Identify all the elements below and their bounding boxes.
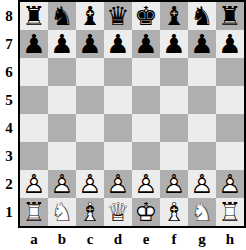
piece-white-queen: ♛♕ xyxy=(106,198,129,226)
square-a7[interactable]: ♟ xyxy=(20,30,48,58)
piece-black-pawn: ♟ xyxy=(134,30,157,58)
piece-white-pawn: ♟♙ xyxy=(218,170,241,198)
rank-label-4: 4 xyxy=(0,114,18,142)
square-c3[interactable] xyxy=(76,142,104,170)
file-label-h: h xyxy=(216,228,244,250)
piece-white-pawn: ♟♙ xyxy=(22,170,45,198)
rank-label-1: 1 xyxy=(0,198,18,226)
square-f6[interactable] xyxy=(160,58,188,86)
square-b6[interactable] xyxy=(48,58,76,86)
piece-black-knight: ♞ xyxy=(190,2,213,30)
square-b5[interactable] xyxy=(48,86,76,114)
square-g3[interactable] xyxy=(188,142,216,170)
piece-white-king: ♚♔ xyxy=(134,198,157,226)
square-b4[interactable] xyxy=(48,114,76,142)
square-c1[interactable]: ♝♗ xyxy=(76,198,104,226)
square-e1[interactable]: ♚♔ xyxy=(132,198,160,226)
square-e4[interactable] xyxy=(132,114,160,142)
square-c2[interactable]: ♟♙ xyxy=(76,170,104,198)
file-label-e: e xyxy=(132,228,160,250)
piece-white-knight: ♞♘ xyxy=(190,198,213,226)
square-h2[interactable]: ♟♙ xyxy=(216,170,244,198)
square-b8[interactable]: ♞ xyxy=(48,2,76,30)
rank-label-2: 2 xyxy=(0,170,18,198)
square-a1[interactable]: ♜♖ xyxy=(20,198,48,226)
piece-white-pawn: ♟♙ xyxy=(162,170,185,198)
square-d2[interactable]: ♟♙ xyxy=(104,170,132,198)
piece-black-king: ♚ xyxy=(134,2,157,30)
piece-black-rook: ♜ xyxy=(218,2,241,30)
piece-black-pawn: ♟ xyxy=(190,30,213,58)
square-d4[interactable] xyxy=(104,114,132,142)
square-g2[interactable]: ♟♙ xyxy=(188,170,216,198)
piece-white-pawn: ♟♙ xyxy=(134,170,157,198)
piece-white-bishop: ♝♗ xyxy=(78,198,101,226)
rank-label-6: 6 xyxy=(0,58,18,86)
square-b3[interactable] xyxy=(48,142,76,170)
square-d1[interactable]: ♛♕ xyxy=(104,198,132,226)
square-e8[interactable]: ♚ xyxy=(132,2,160,30)
piece-black-pawn: ♟ xyxy=(162,30,185,58)
square-g6[interactable] xyxy=(188,58,216,86)
square-f2[interactable]: ♟♙ xyxy=(160,170,188,198)
square-b7[interactable]: ♟ xyxy=(48,30,76,58)
square-e6[interactable] xyxy=(132,58,160,86)
square-a2[interactable]: ♟♙ xyxy=(20,170,48,198)
square-g5[interactable] xyxy=(188,86,216,114)
square-c5[interactable] xyxy=(76,86,104,114)
square-d8[interactable]: ♛ xyxy=(104,2,132,30)
piece-black-pawn: ♟ xyxy=(22,30,45,58)
square-e2[interactable]: ♟♙ xyxy=(132,170,160,198)
file-label-g: g xyxy=(188,228,216,250)
square-g4[interactable] xyxy=(188,114,216,142)
square-h1[interactable]: ♜♖ xyxy=(216,198,244,226)
square-a6[interactable] xyxy=(20,58,48,86)
chess-diagram: 87654321 ♜♞♝♛♚♝♞♜♟♟♟♟♟♟♟♟♟♙♟♙♟♙♟♙♟♙♟♙♟♙♟… xyxy=(0,0,246,250)
piece-black-rook: ♜ xyxy=(22,2,45,30)
square-d7[interactable]: ♟ xyxy=(104,30,132,58)
square-c7[interactable]: ♟ xyxy=(76,30,104,58)
rank-label-7: 7 xyxy=(0,30,18,58)
square-h4[interactable] xyxy=(216,114,244,142)
piece-black-bishop: ♝ xyxy=(162,2,185,30)
square-a8[interactable]: ♜ xyxy=(20,2,48,30)
piece-black-pawn: ♟ xyxy=(78,30,101,58)
square-a4[interactable] xyxy=(20,114,48,142)
piece-black-knight: ♞ xyxy=(50,2,73,30)
square-c4[interactable] xyxy=(76,114,104,142)
square-h7[interactable]: ♟ xyxy=(216,30,244,58)
piece-black-pawn: ♟ xyxy=(50,30,73,58)
piece-white-pawn: ♟♙ xyxy=(50,170,73,198)
rank-label-3: 3 xyxy=(0,142,18,170)
square-e7[interactable]: ♟ xyxy=(132,30,160,58)
file-label-a: a xyxy=(20,228,48,250)
square-a3[interactable] xyxy=(20,142,48,170)
piece-white-pawn: ♟♙ xyxy=(190,170,213,198)
piece-white-rook: ♜♖ xyxy=(22,198,45,226)
square-d6[interactable] xyxy=(104,58,132,86)
chess-board: ♜♞♝♛♚♝♞♜♟♟♟♟♟♟♟♟♟♙♟♙♟♙♟♙♟♙♟♙♟♙♟♙♜♖♞♘♝♗♛♕… xyxy=(18,0,246,228)
file-label-b: b xyxy=(48,228,76,250)
piece-white-pawn: ♟♙ xyxy=(78,170,101,198)
piece-white-rook: ♜♖ xyxy=(218,198,241,226)
piece-white-knight: ♞♘ xyxy=(50,198,73,226)
file-label-f: f xyxy=(160,228,188,250)
square-f5[interactable] xyxy=(160,86,188,114)
square-h3[interactable] xyxy=(216,142,244,170)
file-label-d: d xyxy=(104,228,132,250)
file-label-c: c xyxy=(76,228,104,250)
square-f1[interactable]: ♝♗ xyxy=(160,198,188,226)
piece-white-pawn: ♟♙ xyxy=(106,170,129,198)
square-e5[interactable] xyxy=(132,86,160,114)
rank-label-5: 5 xyxy=(0,86,18,114)
square-d3[interactable] xyxy=(104,142,132,170)
square-h6[interactable] xyxy=(216,58,244,86)
square-g1[interactable]: ♞♘ xyxy=(188,198,216,226)
square-g7[interactable]: ♟ xyxy=(188,30,216,58)
square-d5[interactable] xyxy=(104,86,132,114)
square-f7[interactable]: ♟ xyxy=(160,30,188,58)
square-h8[interactable]: ♜ xyxy=(216,2,244,30)
rank-label-8: 8 xyxy=(0,2,18,30)
square-c8[interactable]: ♝ xyxy=(76,2,104,30)
file-labels: abcdefgh xyxy=(20,228,244,250)
piece-white-bishop: ♝♗ xyxy=(162,198,185,226)
square-f4[interactable] xyxy=(160,114,188,142)
square-e3[interactable] xyxy=(132,142,160,170)
square-a5[interactable] xyxy=(20,86,48,114)
piece-black-pawn: ♟ xyxy=(218,30,241,58)
piece-black-pawn: ♟ xyxy=(106,30,129,58)
square-f8[interactable]: ♝ xyxy=(160,2,188,30)
rank-labels: 87654321 xyxy=(0,2,18,226)
piece-black-bishop: ♝ xyxy=(78,2,101,30)
square-b1[interactable]: ♞♘ xyxy=(48,198,76,226)
square-g8[interactable]: ♞ xyxy=(188,2,216,30)
square-c6[interactable] xyxy=(76,58,104,86)
square-h5[interactable] xyxy=(216,86,244,114)
piece-black-queen: ♛ xyxy=(106,2,129,30)
square-b2[interactable]: ♟♙ xyxy=(48,170,76,198)
square-f3[interactable] xyxy=(160,142,188,170)
